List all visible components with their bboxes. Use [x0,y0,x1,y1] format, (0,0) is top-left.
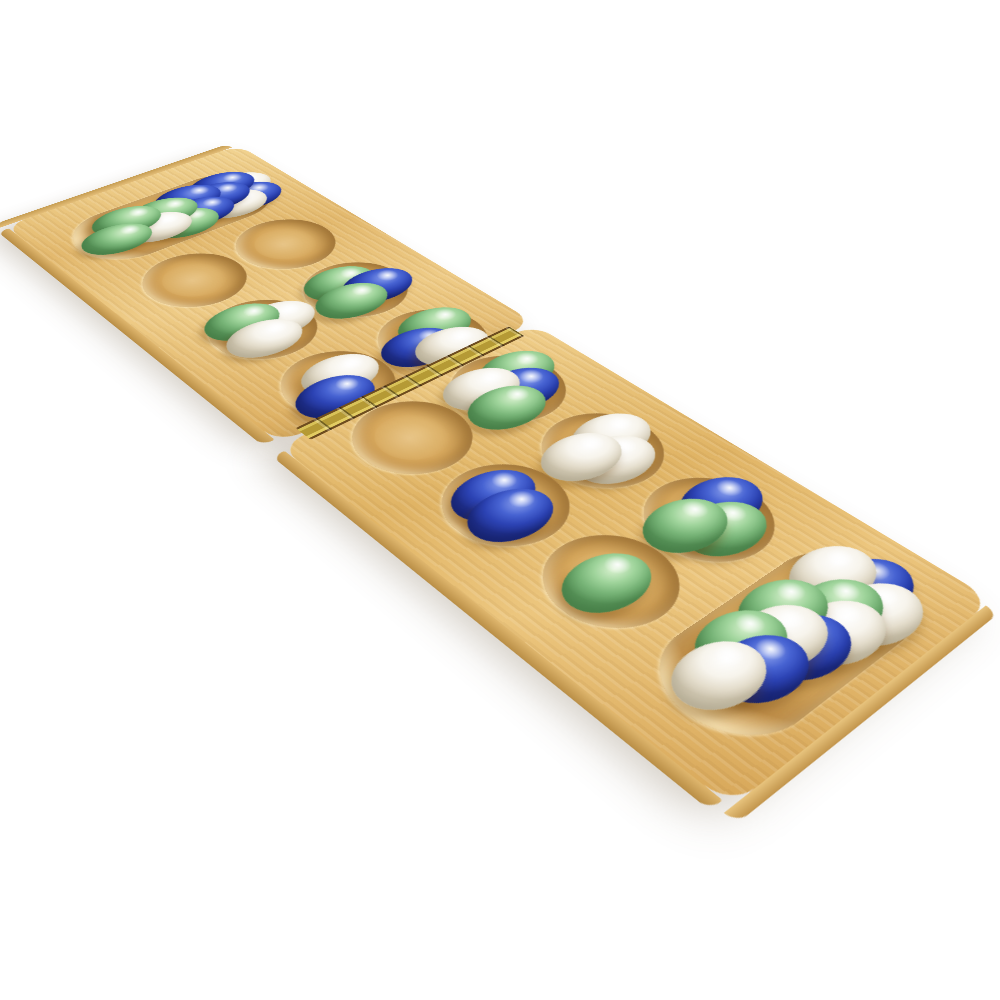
board [6,145,995,805]
photo-scene [0,0,1000,1000]
